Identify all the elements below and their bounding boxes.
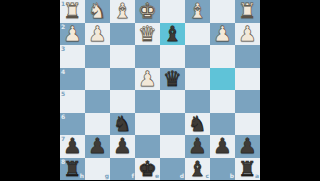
square-h4[interactable]: 4 xyxy=(60,68,85,91)
piece-black-pawn: ♟ xyxy=(210,135,235,158)
square-c3[interactable] xyxy=(185,45,210,68)
square-a2[interactable]: ♟ xyxy=(235,23,260,46)
piece-white-king: ♚ xyxy=(135,0,160,23)
square-b4[interactable] xyxy=(210,68,235,91)
piece-white-queen: ♛ xyxy=(135,23,160,46)
square-f6[interactable]: ♞ xyxy=(110,113,135,136)
square-b5[interactable] xyxy=(210,90,235,113)
piece-white-rook: ♜ xyxy=(235,0,260,23)
square-c1[interactable]: ♝ xyxy=(185,0,210,23)
square-c7[interactable]: ♟ xyxy=(185,135,210,158)
square-f5[interactable] xyxy=(110,90,135,113)
square-d3[interactable] xyxy=(160,45,185,68)
square-f8[interactable]: f xyxy=(110,158,135,181)
square-b2[interactable]: ♟ xyxy=(210,23,235,46)
square-a5[interactable] xyxy=(235,90,260,113)
file-label-e: e xyxy=(155,173,159,179)
piece-white-pawn: ♟ xyxy=(135,68,160,91)
piece-white-pawn: ♟ xyxy=(210,23,235,46)
piece-white-bishop: ♝ xyxy=(185,0,210,23)
letterbox-right xyxy=(260,0,320,180)
square-b1[interactable] xyxy=(210,0,235,23)
square-g4[interactable] xyxy=(85,68,110,91)
piece-white-rook: ♜ xyxy=(60,0,85,23)
square-h3[interactable]: 3 xyxy=(60,45,85,68)
piece-black-knight: ♞ xyxy=(185,113,210,136)
square-f1[interactable]: ♝ xyxy=(110,0,135,23)
rank-label-8: 8 xyxy=(61,159,65,165)
file-label-d: d xyxy=(180,173,184,179)
square-h7[interactable]: 7♟ xyxy=(60,135,85,158)
square-b7[interactable]: ♟ xyxy=(210,135,235,158)
piece-black-bishop: ♝ xyxy=(160,23,185,46)
square-g5[interactable] xyxy=(85,90,110,113)
square-a1[interactable]: ♜ xyxy=(235,0,260,23)
piece-white-knight: ♞ xyxy=(85,0,110,23)
square-c5[interactable] xyxy=(185,90,210,113)
file-label-c: c xyxy=(205,173,209,179)
square-c2[interactable] xyxy=(185,23,210,46)
square-e8[interactable]: e♚ xyxy=(135,158,160,181)
square-e6[interactable] xyxy=(135,113,160,136)
square-a4[interactable] xyxy=(235,68,260,91)
rank-label-2: 2 xyxy=(61,24,65,30)
square-b6[interactable] xyxy=(210,113,235,136)
square-e4[interactable]: ♟ xyxy=(135,68,160,91)
file-label-h: h xyxy=(80,173,84,179)
piece-white-pawn: ♟ xyxy=(85,23,110,46)
piece-black-king: ♚ xyxy=(135,158,160,181)
square-d6[interactable] xyxy=(160,113,185,136)
square-c4[interactable] xyxy=(185,68,210,91)
square-g8[interactable]: g xyxy=(85,158,110,181)
rank-label-1: 1 xyxy=(61,1,65,7)
square-d8[interactable]: d xyxy=(160,158,185,181)
square-g3[interactable] xyxy=(85,45,110,68)
square-h2[interactable]: 2♟ xyxy=(60,23,85,46)
square-d1[interactable] xyxy=(160,0,185,23)
piece-black-queen: ♛ xyxy=(160,68,185,91)
piece-black-pawn: ♟ xyxy=(110,135,135,158)
square-e3[interactable] xyxy=(135,45,160,68)
piece-black-pawn: ♟ xyxy=(60,135,85,158)
square-h8[interactable]: 8h♜ xyxy=(60,158,85,181)
file-label-a: a xyxy=(255,173,259,179)
file-label-f: f xyxy=(131,173,134,179)
piece-black-bishop: ♝ xyxy=(185,158,210,181)
square-a6[interactable] xyxy=(235,113,260,136)
piece-white-pawn: ♟ xyxy=(235,23,260,46)
piece-black-pawn: ♟ xyxy=(85,135,110,158)
square-h6[interactable]: 6 xyxy=(60,113,85,136)
rank-label-7: 7 xyxy=(61,136,65,142)
square-a3[interactable] xyxy=(235,45,260,68)
piece-black-rook: ♜ xyxy=(235,158,260,181)
square-a8[interactable]: a♜ xyxy=(235,158,260,181)
square-e5[interactable] xyxy=(135,90,160,113)
file-label-g: g xyxy=(105,173,109,179)
rank-label-6: 6 xyxy=(61,114,65,120)
piece-white-bishop: ♝ xyxy=(110,0,135,23)
square-h5[interactable]: 5 xyxy=(60,90,85,113)
square-e7[interactable] xyxy=(135,135,160,158)
square-f7[interactable]: ♟ xyxy=(110,135,135,158)
square-g2[interactable]: ♟ xyxy=(85,23,110,46)
square-b8[interactable]: b xyxy=(210,158,235,181)
square-f2[interactable] xyxy=(110,23,135,46)
file-label-b: b xyxy=(230,173,234,179)
piece-black-pawn: ♟ xyxy=(185,135,210,158)
square-b3[interactable] xyxy=(210,45,235,68)
rank-label-5: 5 xyxy=(61,91,65,97)
square-g6[interactable] xyxy=(85,113,110,136)
square-e1[interactable]: ♚ xyxy=(135,0,160,23)
piece-black-knight: ♞ xyxy=(110,113,135,136)
square-d5[interactable] xyxy=(160,90,185,113)
square-g1[interactable]: ♞ xyxy=(85,0,110,23)
chess-board: 1♜♞♝♚♝♜2♟♟♛♝♟♟34♟♛56♞♞7♟♟♟♟♟♟8h♜gfe♚dc♝b… xyxy=(60,0,260,180)
piece-black-rook: ♜ xyxy=(60,158,85,181)
piece-black-pawn: ♟ xyxy=(235,135,260,158)
square-d2[interactable]: ♝ xyxy=(160,23,185,46)
square-e2[interactable]: ♛ xyxy=(135,23,160,46)
square-d7[interactable] xyxy=(160,135,185,158)
rank-label-4: 4 xyxy=(61,69,65,75)
piece-white-pawn: ♟ xyxy=(60,23,85,46)
square-f4[interactable] xyxy=(110,68,135,91)
square-a7[interactable]: ♟ xyxy=(235,135,260,158)
square-c6[interactable]: ♞ xyxy=(185,113,210,136)
square-f3[interactable] xyxy=(110,45,135,68)
square-d4[interactable]: ♛ xyxy=(160,68,185,91)
square-c8[interactable]: c♝ xyxy=(185,158,210,181)
square-g7[interactable]: ♟ xyxy=(85,135,110,158)
rank-label-3: 3 xyxy=(61,46,65,52)
letterbox-left xyxy=(0,0,60,180)
square-h1[interactable]: 1♜ xyxy=(60,0,85,23)
